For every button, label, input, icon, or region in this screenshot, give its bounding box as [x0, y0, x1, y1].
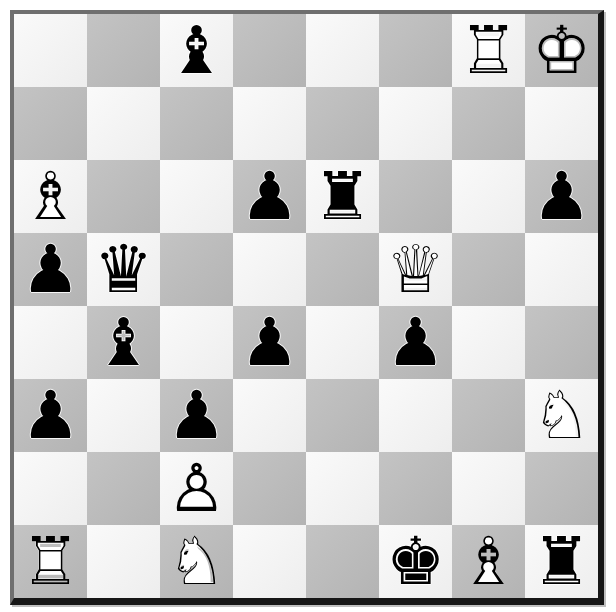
black-bishop-icon: ♝ [160, 14, 233, 87]
white-rook-icon-fill: ♜ [14, 525, 87, 598]
square-c3[interactable]: ♟ [160, 379, 233, 452]
white-pawn-icon-fill: ♟ [160, 452, 233, 525]
black-pawn-icon: ♟ [379, 306, 452, 379]
square-a1[interactable]: ♜♖ [14, 525, 87, 598]
white-bishop-icon: ♗ [14, 160, 87, 233]
square-a7[interactable] [14, 87, 87, 160]
square-b1[interactable] [87, 525, 160, 598]
square-d8[interactable] [233, 14, 306, 87]
black-king-icon: ♚ [379, 525, 452, 598]
white-queen-icon: ♕ [379, 233, 452, 306]
white-bishop-icon-fill: ♝ [14, 160, 87, 233]
square-d7[interactable] [233, 87, 306, 160]
square-h5[interactable] [525, 233, 598, 306]
square-b6[interactable] [87, 160, 160, 233]
square-h6[interactable]: ♟ [525, 160, 598, 233]
square-b8[interactable] [87, 14, 160, 87]
square-e8[interactable] [306, 14, 379, 87]
square-d2[interactable] [233, 452, 306, 525]
square-b7[interactable] [87, 87, 160, 160]
page: ♝♜♖♚♔♝♗♟♜♟♟♛♛♕♝♟♟♟♟♞♘♟♙♜♖♞♘♚♝♗♜ [0, 0, 616, 612]
square-a8[interactable] [14, 14, 87, 87]
white-pawn-icon: ♙ [160, 452, 233, 525]
square-e5[interactable] [306, 233, 379, 306]
square-c4[interactable] [160, 306, 233, 379]
square-b4[interactable]: ♝ [87, 306, 160, 379]
square-e1[interactable] [306, 525, 379, 598]
square-a3[interactable]: ♟ [14, 379, 87, 452]
square-c7[interactable] [160, 87, 233, 160]
square-h4[interactable] [525, 306, 598, 379]
square-h7[interactable] [525, 87, 598, 160]
white-rook-icon: ♖ [14, 525, 87, 598]
black-pawn-icon: ♟ [233, 306, 306, 379]
black-pawn-icon: ♟ [160, 379, 233, 452]
square-g5[interactable] [452, 233, 525, 306]
white-bishop-icon: ♗ [452, 525, 525, 598]
square-e4[interactable] [306, 306, 379, 379]
square-f8[interactable] [379, 14, 452, 87]
white-rook-icon-fill: ♜ [452, 14, 525, 87]
square-h2[interactable] [525, 452, 598, 525]
white-knight-icon: ♘ [525, 379, 598, 452]
square-a6[interactable]: ♝♗ [14, 160, 87, 233]
square-g6[interactable] [452, 160, 525, 233]
black-pawn-icon: ♟ [525, 160, 598, 233]
square-a2[interactable] [14, 452, 87, 525]
square-b5[interactable]: ♛ [87, 233, 160, 306]
white-knight-icon-fill: ♞ [525, 379, 598, 452]
square-a5[interactable]: ♟ [14, 233, 87, 306]
square-e3[interactable] [306, 379, 379, 452]
square-c2[interactable]: ♟♙ [160, 452, 233, 525]
square-d1[interactable] [233, 525, 306, 598]
square-c8[interactable]: ♝ [160, 14, 233, 87]
white-queen-icon-fill: ♛ [379, 233, 452, 306]
black-rook-icon: ♜ [306, 160, 379, 233]
square-g3[interactable] [452, 379, 525, 452]
square-g1[interactable]: ♝♗ [452, 525, 525, 598]
black-pawn-icon: ♟ [233, 160, 306, 233]
square-f2[interactable] [379, 452, 452, 525]
square-b2[interactable] [87, 452, 160, 525]
white-rook-icon: ♖ [452, 14, 525, 87]
square-f4[interactable]: ♟ [379, 306, 452, 379]
square-d6[interactable]: ♟ [233, 160, 306, 233]
square-d3[interactable] [233, 379, 306, 452]
white-king-icon: ♔ [525, 14, 598, 87]
chess-board: ♝♜♖♚♔♝♗♟♜♟♟♛♛♕♝♟♟♟♟♞♘♟♙♜♖♞♘♚♝♗♜ [14, 14, 598, 598]
square-g2[interactable] [452, 452, 525, 525]
square-h3[interactable]: ♞♘ [525, 379, 598, 452]
square-e2[interactable] [306, 452, 379, 525]
square-f5[interactable]: ♛♕ [379, 233, 452, 306]
black-queen-icon: ♛ [87, 233, 160, 306]
white-king-icon-fill: ♚ [525, 14, 598, 87]
square-b3[interactable] [87, 379, 160, 452]
square-f6[interactable] [379, 160, 452, 233]
black-pawn-icon: ♟ [14, 233, 87, 306]
square-e7[interactable] [306, 87, 379, 160]
black-bishop-icon: ♝ [87, 306, 160, 379]
square-e6[interactable]: ♜ [306, 160, 379, 233]
white-knight-icon: ♘ [160, 525, 233, 598]
square-g8[interactable]: ♜♖ [452, 14, 525, 87]
square-f7[interactable] [379, 87, 452, 160]
white-knight-icon-fill: ♞ [160, 525, 233, 598]
square-h1[interactable]: ♜ [525, 525, 598, 598]
square-g7[interactable] [452, 87, 525, 160]
black-pawn-icon: ♟ [14, 379, 87, 452]
white-bishop-icon-fill: ♝ [452, 525, 525, 598]
square-d4[interactable]: ♟ [233, 306, 306, 379]
chess-board-frame: ♝♜♖♚♔♝♗♟♜♟♟♛♛♕♝♟♟♟♟♞♘♟♙♜♖♞♘♚♝♗♜ [10, 10, 604, 605]
square-f1[interactable]: ♚ [379, 525, 452, 598]
black-rook-icon: ♜ [525, 525, 598, 598]
square-c1[interactable]: ♞♘ [160, 525, 233, 598]
square-f3[interactable] [379, 379, 452, 452]
square-a4[interactable] [14, 306, 87, 379]
square-c5[interactable] [160, 233, 233, 306]
square-g4[interactable] [452, 306, 525, 379]
square-d5[interactable] [233, 233, 306, 306]
square-h8[interactable]: ♚♔ [525, 14, 598, 87]
square-c6[interactable] [160, 160, 233, 233]
